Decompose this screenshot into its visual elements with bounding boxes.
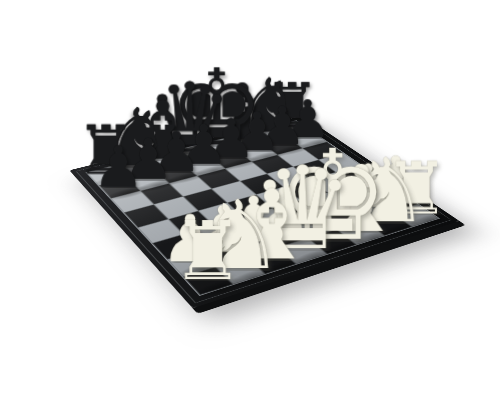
square-d3 (243, 208, 289, 231)
piece-shadow (355, 204, 408, 225)
board-grid (86, 120, 440, 296)
square-c3 (214, 217, 260, 241)
square-h1 (391, 204, 438, 227)
square-f2 (318, 206, 365, 229)
square-b3 (183, 225, 230, 250)
black-rook: ♜ (235, 14, 349, 128)
piece-shadow (382, 196, 434, 217)
square-e1 (307, 229, 355, 254)
square-d1 (278, 238, 327, 264)
square-e3 (272, 200, 318, 223)
piece-shadow (298, 221, 353, 243)
square-f1 (336, 221, 384, 245)
piece-shadow (375, 218, 429, 240)
square-b1 (216, 257, 266, 285)
piece-shadow (346, 227, 401, 250)
piece-shadow (268, 229, 324, 252)
piece-shadow (317, 236, 373, 260)
black-pawn: ♟ (249, 22, 366, 139)
square-d2 (260, 223, 307, 247)
square-c1 (247, 247, 296, 274)
square-a5 (124, 205, 168, 228)
square-a1 (183, 267, 233, 295)
square-f3 (300, 192, 345, 214)
square-a2 (167, 250, 216, 277)
product-photo: ♜♞♝♛♚♝♞♜♟♟♟♟♟♟♟♟♟♟♟♟♟♟♟♟♜♞♝♛♚♝♞♜ (0, 0, 500, 400)
square-b5 (154, 197, 198, 219)
piece-shadow (403, 210, 456, 232)
piece-shadow (189, 274, 250, 301)
black-knight: ♞ (210, 19, 326, 135)
square-a4 (138, 219, 184, 243)
square-g1 (364, 212, 412, 236)
piece-shadow (237, 238, 294, 262)
square-g2 (345, 198, 391, 220)
piece-shadow (255, 255, 314, 280)
piece-shadow (173, 257, 233, 282)
square-b2 (199, 241, 247, 267)
square-d4 (227, 195, 272, 217)
chess-board: ♜♞♝♛♚♝♞♜♟♟♟♟♟♟♟♟♟♟♟♟♟♟♟♟♜♞♝♛♚♝♞♜ (69, 114, 459, 308)
square-c2 (230, 232, 278, 257)
square-e2 (289, 214, 336, 238)
piece-shadow (206, 248, 265, 273)
square-b4 (168, 211, 213, 234)
piece-shadow (327, 212, 381, 234)
piece-shadow (287, 245, 345, 269)
piece-shadow (223, 264, 283, 290)
square-c4 (198, 202, 243, 225)
square-a3 (152, 234, 199, 259)
